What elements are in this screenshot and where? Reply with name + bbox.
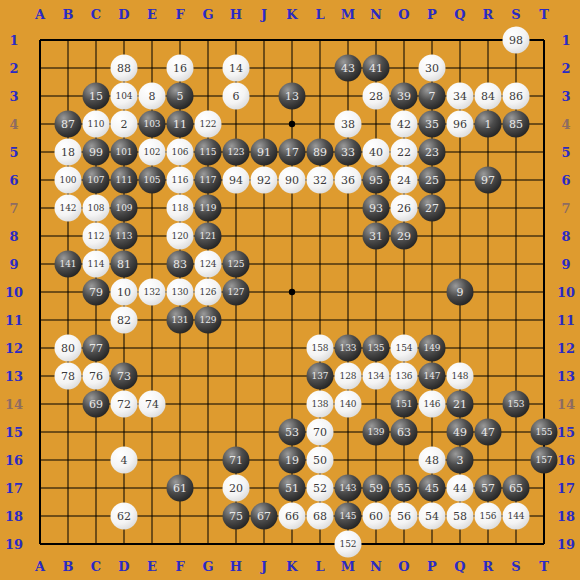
stone-D4[interactable]: 2 xyxy=(111,111,138,138)
move-number: 122 xyxy=(199,120,216,129)
move-number: 39 xyxy=(397,91,411,102)
col-label-top-N: N xyxy=(370,7,382,22)
move-number: 68 xyxy=(313,511,327,522)
move-number: 123 xyxy=(227,148,244,157)
stone-S3[interactable]: 86 xyxy=(503,83,530,110)
stone-N3[interactable]: 28 xyxy=(363,83,390,110)
stone-C6[interactable]: 107 xyxy=(83,167,110,194)
stone-P17[interactable]: 45 xyxy=(419,475,446,502)
move-number: 9 xyxy=(457,287,464,298)
move-number: 13 xyxy=(285,91,299,102)
row-label-left-7: 7 xyxy=(9,201,18,216)
stone-E6[interactable]: 105 xyxy=(139,167,166,194)
stone-H10[interactable]: 127 xyxy=(223,279,250,306)
stone-S4[interactable]: 85 xyxy=(503,111,530,138)
stone-Q4[interactable]: 96 xyxy=(447,111,474,138)
move-number: 96 xyxy=(453,119,467,130)
stone-D2[interactable]: 88 xyxy=(111,55,138,82)
stone-Q17[interactable]: 44 xyxy=(447,475,474,502)
stone-E4[interactable]: 103 xyxy=(139,111,166,138)
stone-D9[interactable]: 81 xyxy=(111,251,138,278)
stone-O14[interactable]: 151 xyxy=(391,391,418,418)
move-number: 30 xyxy=(425,63,439,74)
col-label-bottom-E: E xyxy=(147,559,157,574)
stone-N2[interactable]: 41 xyxy=(363,55,390,82)
move-number: 103 xyxy=(143,120,160,129)
stone-M4[interactable]: 38 xyxy=(335,111,362,138)
move-number: 116 xyxy=(171,176,188,185)
stone-G10[interactable]: 126 xyxy=(195,279,222,306)
move-number: 77 xyxy=(89,343,103,354)
col-label-bottom-R: R xyxy=(483,559,494,574)
stone-L18[interactable]: 68 xyxy=(307,503,334,530)
move-number: 49 xyxy=(453,427,467,438)
stone-F7[interactable]: 118 xyxy=(167,195,194,222)
move-number: 54 xyxy=(425,511,439,522)
move-number: 137 xyxy=(311,372,328,381)
stone-H3[interactable]: 6 xyxy=(223,83,250,110)
move-number: 7 xyxy=(429,91,436,102)
stone-F3[interactable]: 5 xyxy=(167,83,194,110)
move-number: 42 xyxy=(397,119,411,130)
stone-C9[interactable]: 114 xyxy=(83,251,110,278)
stone-O15[interactable]: 63 xyxy=(391,419,418,446)
row-label-right-7: 7 xyxy=(561,201,570,216)
stone-L14[interactable]: 138 xyxy=(307,391,334,418)
move-number: 153 xyxy=(507,400,524,409)
move-number: 76 xyxy=(89,371,103,382)
move-number: 27 xyxy=(425,203,439,214)
stone-P13[interactable]: 147 xyxy=(419,363,446,390)
row-label-left-15: 15 xyxy=(5,425,23,440)
stone-N17[interactable]: 59 xyxy=(363,475,390,502)
move-number: 131 xyxy=(171,316,188,325)
move-number: 61 xyxy=(173,483,187,494)
stone-L16[interactable]: 50 xyxy=(307,447,334,474)
stone-L13[interactable]: 137 xyxy=(307,363,334,390)
move-number: 126 xyxy=(199,288,216,297)
col-label-bottom-H: H xyxy=(230,559,242,574)
move-number: 136 xyxy=(395,372,412,381)
col-label-bottom-P: P xyxy=(427,559,437,574)
stone-C12[interactable]: 77 xyxy=(83,335,110,362)
stone-C10[interactable]: 79 xyxy=(83,279,110,306)
stone-M19[interactable]: 152 xyxy=(335,531,362,558)
move-number: 144 xyxy=(507,512,524,521)
stone-N13[interactable]: 134 xyxy=(363,363,390,390)
move-number: 29 xyxy=(397,231,411,242)
stone-C4[interactable]: 110 xyxy=(83,111,110,138)
stone-L5[interactable]: 89 xyxy=(307,139,334,166)
stone-D14[interactable]: 72 xyxy=(111,391,138,418)
stone-L12[interactable]: 158 xyxy=(307,335,334,362)
stone-M5[interactable]: 33 xyxy=(335,139,362,166)
stone-H9[interactable]: 125 xyxy=(223,251,250,278)
move-number: 83 xyxy=(173,259,187,270)
col-label-top-L: L xyxy=(315,7,324,22)
move-number: 84 xyxy=(481,91,495,102)
stone-H5[interactable]: 123 xyxy=(223,139,250,166)
stone-D11[interactable]: 82 xyxy=(111,307,138,334)
stone-F11[interactable]: 131 xyxy=(167,307,194,334)
stone-K18[interactable]: 66 xyxy=(279,503,306,530)
stone-O8[interactable]: 29 xyxy=(391,223,418,250)
stone-O5[interactable]: 22 xyxy=(391,139,418,166)
stone-N15[interactable]: 139 xyxy=(363,419,390,446)
stone-F2[interactable]: 16 xyxy=(167,55,194,82)
stone-D7[interactable]: 109 xyxy=(111,195,138,222)
move-number: 69 xyxy=(89,399,103,410)
move-number: 19 xyxy=(285,455,299,466)
move-number: 11 xyxy=(173,119,187,130)
stone-P5[interactable]: 23 xyxy=(419,139,446,166)
col-label-bottom-A: A xyxy=(35,559,45,574)
stone-N6[interactable]: 95 xyxy=(363,167,390,194)
move-number: 142 xyxy=(59,204,76,213)
move-number: 66 xyxy=(285,511,299,522)
move-number: 51 xyxy=(285,483,299,494)
stone-G4[interactable]: 122 xyxy=(195,111,222,138)
stone-Q14[interactable]: 21 xyxy=(447,391,474,418)
stone-D6[interactable]: 111 xyxy=(111,167,138,194)
move-number: 67 xyxy=(257,511,271,522)
stone-B13[interactable]: 78 xyxy=(55,363,82,390)
stone-D8[interactable]: 113 xyxy=(111,223,138,250)
move-number: 135 xyxy=(367,344,384,353)
stone-R4[interactable]: 1 xyxy=(475,111,502,138)
stone-S14[interactable]: 153 xyxy=(503,391,530,418)
move-number: 65 xyxy=(509,483,523,494)
row-label-left-8: 8 xyxy=(9,229,18,244)
move-number: 143 xyxy=(339,484,356,493)
move-number: 5 xyxy=(177,91,184,102)
move-number: 40 xyxy=(369,147,383,158)
move-number: 32 xyxy=(313,175,327,186)
stone-O6[interactable]: 24 xyxy=(391,167,418,194)
stone-K16[interactable]: 19 xyxy=(279,447,306,474)
row-label-left-14: 14 xyxy=(5,397,23,412)
col-label-top-K: K xyxy=(286,7,297,22)
row-label-right-18: 18 xyxy=(557,509,575,524)
stone-F8[interactable]: 120 xyxy=(167,223,194,250)
stone-C13[interactable]: 76 xyxy=(83,363,110,390)
stone-L15[interactable]: 70 xyxy=(307,419,334,446)
move-number: 128 xyxy=(339,372,356,381)
row-label-right-11: 11 xyxy=(557,313,575,328)
move-number: 141 xyxy=(59,260,76,269)
stone-N7[interactable]: 93 xyxy=(363,195,390,222)
move-number: 100 xyxy=(59,176,76,185)
stone-M13[interactable]: 128 xyxy=(335,363,362,390)
stone-G6[interactable]: 117 xyxy=(195,167,222,194)
row-label-left-1: 1 xyxy=(9,33,18,48)
stone-D10[interactable]: 10 xyxy=(111,279,138,306)
move-number: 18 xyxy=(61,147,75,158)
move-number: 38 xyxy=(341,119,355,130)
stone-E3[interactable]: 8 xyxy=(139,83,166,110)
move-number: 16 xyxy=(173,63,187,74)
stone-B7[interactable]: 142 xyxy=(55,195,82,222)
move-number: 121 xyxy=(199,232,216,241)
star-point-K10 xyxy=(289,289,295,295)
row-label-left-6: 6 xyxy=(9,173,18,188)
move-number: 101 xyxy=(115,148,132,157)
move-number: 149 xyxy=(423,344,440,353)
stone-C3[interactable]: 15 xyxy=(83,83,110,110)
stone-J5[interactable]: 91 xyxy=(251,139,278,166)
move-number: 14 xyxy=(229,63,243,74)
stone-B5[interactable]: 18 xyxy=(55,139,82,166)
stone-G7[interactable]: 119 xyxy=(195,195,222,222)
stone-Q16[interactable]: 3 xyxy=(447,447,474,474)
stone-O7[interactable]: 26 xyxy=(391,195,418,222)
stone-L17[interactable]: 52 xyxy=(307,475,334,502)
move-number: 118 xyxy=(171,204,188,213)
stone-K5[interactable]: 17 xyxy=(279,139,306,166)
row-label-left-13: 13 xyxy=(5,369,23,384)
stone-M14[interactable]: 140 xyxy=(335,391,362,418)
move-number: 110 xyxy=(87,120,104,129)
stone-F4[interactable]: 11 xyxy=(167,111,194,138)
col-label-top-H: H xyxy=(230,7,242,22)
stone-C8[interactable]: 112 xyxy=(83,223,110,250)
stone-B6[interactable]: 100 xyxy=(55,167,82,194)
col-label-top-E: E xyxy=(147,7,157,22)
move-number: 132 xyxy=(143,288,160,297)
move-number: 104 xyxy=(115,92,132,101)
move-number: 105 xyxy=(143,176,160,185)
col-label-top-C: C xyxy=(91,7,101,22)
stone-B12[interactable]: 80 xyxy=(55,335,82,362)
row-label-right-1: 1 xyxy=(561,33,570,48)
move-number: 95 xyxy=(369,175,383,186)
stone-J18[interactable]: 67 xyxy=(251,503,278,530)
stone-O13[interactable]: 136 xyxy=(391,363,418,390)
col-label-bottom-K: K xyxy=(286,559,297,574)
col-label-bottom-O: O xyxy=(398,559,409,574)
stone-P3[interactable]: 7 xyxy=(419,83,446,110)
stone-B9[interactable]: 141 xyxy=(55,251,82,278)
col-label-bottom-S: S xyxy=(511,559,520,574)
stone-E5[interactable]: 102 xyxy=(139,139,166,166)
stone-M12[interactable]: 133 xyxy=(335,335,362,362)
row-label-left-18: 18 xyxy=(5,509,23,524)
stone-E14[interactable]: 74 xyxy=(139,391,166,418)
col-label-top-J: J xyxy=(261,7,267,22)
stone-O12[interactable]: 154 xyxy=(391,335,418,362)
stone-N18[interactable]: 60 xyxy=(363,503,390,530)
move-number: 43 xyxy=(341,63,355,74)
stone-E10[interactable]: 132 xyxy=(139,279,166,306)
move-number: 158 xyxy=(311,344,328,353)
stone-P4[interactable]: 35 xyxy=(419,111,446,138)
row-label-left-12: 12 xyxy=(5,341,23,356)
col-label-top-A: A xyxy=(35,7,45,22)
stone-K17[interactable]: 51 xyxy=(279,475,306,502)
stone-P2[interactable]: 30 xyxy=(419,55,446,82)
stone-D5[interactable]: 101 xyxy=(111,139,138,166)
stone-T15[interactable]: 155 xyxy=(531,419,558,446)
move-number: 156 xyxy=(479,512,496,521)
move-number: 75 xyxy=(229,511,243,522)
stone-D16[interactable]: 4 xyxy=(111,447,138,474)
stone-K6[interactable]: 90 xyxy=(279,167,306,194)
stone-Q18[interactable]: 58 xyxy=(447,503,474,530)
move-number: 92 xyxy=(257,175,271,186)
col-label-bottom-T: T xyxy=(539,559,549,574)
stone-G8[interactable]: 121 xyxy=(195,223,222,250)
stone-F9[interactable]: 83 xyxy=(167,251,194,278)
move-number: 89 xyxy=(313,147,327,158)
stone-N8[interactable]: 31 xyxy=(363,223,390,250)
stone-R6[interactable]: 97 xyxy=(475,167,502,194)
move-number: 2 xyxy=(121,119,128,130)
stone-G11[interactable]: 129 xyxy=(195,307,222,334)
stone-K15[interactable]: 53 xyxy=(279,419,306,446)
row-label-right-19: 19 xyxy=(557,537,575,552)
stone-P14[interactable]: 146 xyxy=(419,391,446,418)
row-label-left-4: 4 xyxy=(9,117,18,132)
stone-M18[interactable]: 145 xyxy=(335,503,362,530)
move-number: 145 xyxy=(339,512,356,521)
stone-R15[interactable]: 47 xyxy=(475,419,502,446)
stone-Q10[interactable]: 9 xyxy=(447,279,474,306)
stone-P16[interactable]: 48 xyxy=(419,447,446,474)
move-number: 48 xyxy=(425,455,439,466)
stone-P6[interactable]: 25 xyxy=(419,167,446,194)
stone-R3[interactable]: 84 xyxy=(475,83,502,110)
move-number: 90 xyxy=(285,175,299,186)
stone-G5[interactable]: 115 xyxy=(195,139,222,166)
stone-P18[interactable]: 54 xyxy=(419,503,446,530)
stone-R18[interactable]: 156 xyxy=(475,503,502,530)
move-number: 134 xyxy=(367,372,384,381)
stone-H2[interactable]: 14 xyxy=(223,55,250,82)
row-label-right-6: 6 xyxy=(561,173,570,188)
move-number: 35 xyxy=(425,119,439,130)
stone-P12[interactable]: 149 xyxy=(419,335,446,362)
move-number: 58 xyxy=(453,511,467,522)
move-number: 138 xyxy=(311,400,328,409)
stone-O18[interactable]: 56 xyxy=(391,503,418,530)
move-number: 146 xyxy=(423,400,440,409)
move-number: 85 xyxy=(509,119,523,130)
move-number: 8 xyxy=(149,91,156,102)
stone-D18[interactable]: 62 xyxy=(111,503,138,530)
move-number: 15 xyxy=(89,91,103,102)
stone-Q15[interactable]: 49 xyxy=(447,419,474,446)
stone-L6[interactable]: 32 xyxy=(307,167,334,194)
stone-T16[interactable]: 157 xyxy=(531,447,558,474)
move-number: 78 xyxy=(61,371,75,382)
stone-H18[interactable]: 75 xyxy=(223,503,250,530)
stone-Q3[interactable]: 34 xyxy=(447,83,474,110)
col-label-bottom-G: G xyxy=(202,559,213,574)
stone-H6[interactable]: 94 xyxy=(223,167,250,194)
move-number: 28 xyxy=(369,91,383,102)
move-number: 72 xyxy=(117,399,131,410)
stone-F5[interactable]: 106 xyxy=(167,139,194,166)
row-label-left-17: 17 xyxy=(5,481,23,496)
stone-S1[interactable]: 98 xyxy=(503,27,530,54)
stone-F10[interactable]: 130 xyxy=(167,279,194,306)
stone-O3[interactable]: 39 xyxy=(391,83,418,110)
stone-O17[interactable]: 55 xyxy=(391,475,418,502)
stone-N5[interactable]: 40 xyxy=(363,139,390,166)
stone-B4[interactable]: 87 xyxy=(55,111,82,138)
move-number: 21 xyxy=(453,399,467,410)
stone-H16[interactable]: 71 xyxy=(223,447,250,474)
stone-C7[interactable]: 108 xyxy=(83,195,110,222)
move-number: 74 xyxy=(145,399,159,410)
stone-J6[interactable]: 92 xyxy=(251,167,278,194)
stone-C5[interactable]: 99 xyxy=(83,139,110,166)
stone-N12[interactable]: 135 xyxy=(363,335,390,362)
stone-F17[interactable]: 61 xyxy=(167,475,194,502)
stone-C14[interactable]: 69 xyxy=(83,391,110,418)
move-number: 3 xyxy=(457,455,464,466)
move-number: 81 xyxy=(117,259,131,270)
move-number: 129 xyxy=(199,316,216,325)
stone-G9[interactable]: 124 xyxy=(195,251,222,278)
stone-M17[interactable]: 143 xyxy=(335,475,362,502)
move-number: 1 xyxy=(485,119,492,130)
row-label-right-9: 9 xyxy=(561,257,570,272)
move-number: 33 xyxy=(341,147,355,158)
col-label-top-M: M xyxy=(341,7,355,22)
stone-D3[interactable]: 104 xyxy=(111,83,138,110)
move-number: 71 xyxy=(229,455,243,466)
stone-F6[interactable]: 116 xyxy=(167,167,194,194)
move-number: 45 xyxy=(425,483,439,494)
move-number: 10 xyxy=(117,287,131,298)
move-number: 133 xyxy=(339,344,356,353)
row-label-left-3: 3 xyxy=(9,89,18,104)
stone-O4[interactable]: 42 xyxy=(391,111,418,138)
col-label-bottom-J: J xyxy=(261,559,267,574)
move-number: 80 xyxy=(61,343,75,354)
row-label-left-19: 19 xyxy=(5,537,23,552)
move-number: 31 xyxy=(369,231,383,242)
stone-R17[interactable]: 57 xyxy=(475,475,502,502)
move-number: 98 xyxy=(509,35,523,46)
move-number: 148 xyxy=(451,372,468,381)
move-number: 17 xyxy=(285,147,299,158)
col-label-top-B: B xyxy=(63,7,74,22)
stone-P7[interactable]: 27 xyxy=(419,195,446,222)
move-number: 24 xyxy=(397,175,411,186)
stone-K3[interactable]: 13 xyxy=(279,83,306,110)
move-number: 34 xyxy=(453,91,467,102)
stone-S18[interactable]: 144 xyxy=(503,503,530,530)
stone-D13[interactable]: 73 xyxy=(111,363,138,390)
row-label-right-17: 17 xyxy=(557,481,575,496)
move-number: 112 xyxy=(87,232,104,241)
stone-M6[interactable]: 36 xyxy=(335,167,362,194)
move-number: 154 xyxy=(395,344,412,353)
move-number: 107 xyxy=(87,176,104,185)
move-number: 111 xyxy=(115,176,132,185)
row-label-right-8: 8 xyxy=(561,229,570,244)
stone-H17[interactable]: 20 xyxy=(223,475,250,502)
stone-Q13[interactable]: 148 xyxy=(447,363,474,390)
move-number: 6 xyxy=(233,91,240,102)
move-number: 36 xyxy=(341,175,355,186)
move-number: 99 xyxy=(89,147,103,158)
stone-S17[interactable]: 65 xyxy=(503,475,530,502)
col-label-top-F: F xyxy=(175,7,184,22)
stone-M2[interactable]: 43 xyxy=(335,55,362,82)
